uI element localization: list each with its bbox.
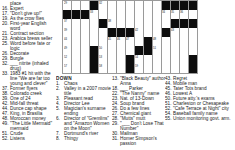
clue-text: "Black Beauty" author Anna — [120, 76, 165, 86]
cell-number: 51 — [153, 46, 156, 49]
clue-number: 29. — [112, 121, 119, 126]
grid-cell[interactable] — [162, 55, 170, 64]
cell-number: 35 — [171, 10, 174, 13]
grid-cell[interactable] — [171, 37, 179, 46]
clue-number: 8. — [56, 136, 63, 141]
cell-number: 34 — [162, 10, 165, 13]
grid-cell[interactable] — [180, 64, 188, 73]
cell-number: 43 — [171, 28, 174, 31]
black-square — [90, 1, 98, 10]
across-clue-list: 16.Expert17."Don't give up!"19.As the cr… — [2, 6, 56, 141]
grid-cell[interactable] — [144, 55, 152, 64]
clue-item: 8.Thingy — [56, 136, 111, 141]
down-clues-column-3: 43.Regret44.Mobile man45.Tater Tots bran… — [165, 76, 234, 150]
grid-cell[interactable] — [153, 55, 161, 64]
clue-text: Magician's surname ending — [64, 106, 106, 117]
grid-cell[interactable] — [180, 37, 188, 46]
grid-cell[interactable] — [90, 28, 98, 37]
across-clues-column: place 16.Expert17."Don't give up!"19.As … — [2, 1, 56, 150]
cell-number: 42 — [135, 28, 138, 31]
cell-number: 37 — [64, 19, 67, 22]
clue-number: 2. — [56, 86, 63, 91]
clue-text: "___ Don't Lose That Number" — [120, 121, 164, 132]
grid-cell[interactable] — [108, 10, 116, 19]
grid-cell[interactable]: 33 — [90, 10, 98, 19]
grid-cell[interactable]: 45 — [108, 37, 116, 46]
grid-cell[interactable] — [189, 28, 197, 37]
grid-cell[interactable] — [72, 46, 80, 55]
clue-number: 32. — [2, 61, 9, 66]
clue-text: Thingy — [64, 136, 78, 142]
grid-cell[interactable] — [81, 1, 89, 10]
grid-cell[interactable] — [90, 37, 98, 46]
clue-item: 29."___ Don't Lose That Number" — [112, 121, 167, 131]
clue-number: 55. — [165, 116, 172, 121]
grid-cell[interactable]: 44 — [63, 37, 71, 46]
clue-text: ___ nitrite (inhaled drug) — [10, 61, 49, 72]
grid-cell[interactable] — [72, 55, 80, 64]
black-square — [126, 28, 134, 37]
clue-number: 13. — [112, 76, 119, 81]
grid-cell[interactable] — [153, 1, 161, 10]
black-square — [171, 19, 179, 28]
black-square — [189, 55, 197, 64]
black-square — [162, 1, 170, 10]
black-square — [108, 28, 116, 37]
clue-item: 2.Valley in a 2007 movie title — [56, 86, 111, 96]
cell-number: 47 — [126, 37, 129, 40]
clue-item: 52.Listens — [2, 136, 56, 141]
grid-cell[interactable]: 38 — [108, 19, 116, 28]
grid-cell[interactable]: 46 — [117, 37, 125, 46]
grid-cell[interactable]: 43 — [171, 28, 179, 37]
grid-cell[interactable] — [162, 19, 170, 28]
grid-cell[interactable] — [72, 28, 80, 37]
grid-cell[interactable]: 39 — [63, 28, 71, 37]
down-clues-column-1: DOWN 1.Chaos2.Valley in a 2007 movie tit… — [56, 76, 111, 150]
cell-number: 52 — [64, 55, 67, 58]
black-square — [117, 28, 125, 37]
black-square — [189, 1, 197, 10]
clue-text: 1983 #1 hit with the line "We are far to… — [10, 71, 51, 87]
clue-number: 20. — [2, 21, 9, 26]
grid-cell[interactable] — [189, 46, 197, 55]
clue-text: "The Little Mermaid" mermaid — [10, 121, 52, 132]
black-square — [189, 64, 197, 73]
grid-cell[interactable] — [180, 46, 188, 55]
black-square — [81, 10, 89, 19]
clue-number: 5. — [56, 106, 63, 111]
grid-cell[interactable] — [180, 55, 188, 64]
clue-item: 6.Director of "Gremlins" and "Amazon Wom… — [56, 116, 111, 131]
grid-cell[interactable] — [108, 46, 116, 55]
clue-item: 55.Union monitoring govt. arm. — [165, 116, 234, 121]
grid-cell[interactable] — [90, 19, 98, 28]
grid-cell[interactable] — [99, 10, 107, 19]
grid-cell[interactable]: 32 — [99, 1, 107, 10]
clue-item: 20.First-year English word — [2, 21, 56, 31]
grid-cell[interactable] — [126, 10, 134, 19]
black-square — [180, 19, 188, 28]
cell-number: 50 — [99, 46, 102, 49]
clue-number: 33. — [2, 71, 9, 76]
grid-cell[interactable] — [108, 64, 116, 73]
clue-text: Union monitoring govt. arm. — [173, 116, 231, 122]
grid-cell[interactable] — [81, 64, 89, 73]
grid-cell[interactable] — [153, 10, 161, 19]
clue-item: 33.1983 #1 hit with the line "We are far… — [2, 71, 56, 86]
clue-text: Homer Simpson's passion — [120, 136, 157, 147]
grid-cell[interactable] — [135, 37, 143, 46]
grid-cell[interactable]: 29 — [63, 1, 71, 10]
grid-cell[interactable]: 51 — [153, 46, 161, 55]
clue-item: 13."Black Beauty" author Anna — [112, 76, 167, 86]
clue-text: Director of "Gremlins" and "Amazon Women… — [64, 116, 109, 132]
grid-cell[interactable] — [144, 1, 152, 10]
grid-cell[interactable] — [153, 64, 161, 73]
grid-cell[interactable] — [162, 37, 170, 46]
down-clues-column-2: 13."Black Beauty" author Anna18.___ Park… — [112, 76, 167, 150]
grid-cell[interactable] — [180, 28, 188, 37]
down-clue-list-2: 13."Black Beauty" author Anna18.___ Park… — [112, 76, 167, 146]
grid-cell[interactable]: 35 — [171, 10, 179, 19]
grid-cell[interactable]: 57 — [63, 64, 71, 73]
grid-cell[interactable] — [189, 10, 197, 19]
black-square — [90, 46, 98, 55]
grid-cell[interactable]: 54 — [135, 55, 143, 64]
grid-cell[interactable] — [117, 64, 125, 73]
grid-cell[interactable] — [72, 64, 80, 73]
crossword-grid[interactable]: 2932333435363738394243444546474849505152… — [62, 0, 198, 74]
grid-cell[interactable] — [117, 10, 125, 19]
grid-cell[interactable] — [189, 37, 197, 46]
grid-cell[interactable] — [153, 19, 161, 28]
grid-cell[interactable] — [72, 37, 80, 46]
black-square — [90, 64, 98, 73]
cell-number: 53 — [99, 55, 102, 58]
cell-number: 49 — [64, 46, 67, 49]
grid-cell[interactable] — [144, 10, 152, 19]
grid-cell[interactable] — [117, 55, 125, 64]
clue-number: 52. — [2, 136, 9, 141]
cell-number: 36 — [180, 10, 183, 13]
grid-cell[interactable]: 53 — [99, 55, 107, 64]
grid-cell[interactable]: 42 — [135, 28, 143, 37]
grid-cell[interactable] — [144, 19, 152, 28]
grid-cell[interactable]: 52 — [63, 55, 71, 64]
down-clue-list-3: 43.Regret44.Mobile man45.Tater Tots bran… — [165, 76, 234, 121]
clue-text: Word before fate or logic — [10, 41, 50, 52]
grid-cell[interactable] — [108, 55, 116, 64]
grid-cell[interactable] — [81, 37, 89, 46]
black-square — [90, 55, 98, 64]
grid-cell[interactable] — [126, 1, 134, 10]
grid-cell[interactable] — [144, 64, 152, 73]
clue-text: First-year English word — [10, 21, 46, 32]
grid-cell[interactable] — [171, 55, 179, 64]
cell-number: 48 — [153, 37, 156, 40]
black-square — [135, 46, 143, 55]
cell-number: 46 — [117, 37, 120, 40]
black-square — [189, 19, 197, 28]
grid-cell[interactable] — [135, 1, 143, 10]
grid-cell[interactable]: 36 — [180, 10, 188, 19]
grid-cell[interactable] — [108, 1, 116, 10]
black-square — [144, 37, 152, 46]
grid-cell[interactable] — [135, 19, 143, 28]
grid-cell[interactable]: 59 — [135, 64, 143, 73]
grid-cell[interactable]: 58 — [99, 64, 107, 73]
black-square — [63, 10, 71, 19]
grid-cell[interactable] — [171, 46, 179, 55]
cell-number: 57 — [64, 64, 67, 67]
down-clue-list-1: 1.Chaos2.Valley in a 2007 movie title3.P… — [56, 81, 111, 141]
grid-cell[interactable]: 47 — [126, 37, 134, 46]
grid-cell[interactable] — [81, 55, 89, 64]
cell-number: 44 — [64, 37, 67, 40]
clue-item: 5.Magician's surname ending — [56, 106, 111, 116]
grid-cell[interactable]: 48 — [153, 37, 161, 46]
clue-number: 31. — [112, 136, 119, 141]
black-square — [126, 64, 134, 73]
clue-item: 25.Word before fate or logic — [2, 41, 56, 51]
grid-cell[interactable] — [99, 37, 107, 46]
clue-text: Valley in a 2007 movie title — [64, 86, 111, 97]
grid-cell[interactable] — [81, 19, 89, 28]
grid-cell[interactable] — [135, 10, 143, 19]
grid-cell[interactable] — [162, 46, 170, 55]
clue-number: 6. — [56, 116, 63, 121]
black-square — [99, 19, 107, 28]
black-square — [126, 55, 134, 64]
cell-number: 29 — [64, 1, 67, 4]
cell-number: 38 — [108, 19, 111, 22]
clue-number: 49. — [2, 121, 9, 126]
cell-number: 45 — [108, 37, 111, 40]
black-square — [180, 1, 188, 10]
clue-text: Listens — [10, 136, 25, 142]
black-square — [144, 46, 152, 55]
grid-cell[interactable]: 50 — [99, 46, 107, 55]
clue-item: 32.___ nitrite (inhaled drug) — [2, 61, 56, 71]
cell-number: 58 — [99, 64, 102, 67]
clue-item: 49."The Little Mermaid" mermaid — [2, 121, 56, 131]
grid-cell[interactable] — [72, 1, 80, 10]
cell-number: 39 — [64, 28, 67, 31]
grid-cell[interactable] — [171, 64, 179, 73]
cell-number: 33 — [90, 10, 93, 13]
grid-cell[interactable]: 49 — [63, 46, 71, 55]
grid-cell[interactable]: 37 — [63, 19, 71, 28]
clue-number: 25. — [2, 41, 9, 46]
black-square — [72, 10, 80, 19]
black-square — [171, 1, 179, 10]
grid-cell[interactable] — [117, 19, 125, 28]
grid-cell[interactable] — [99, 28, 107, 37]
grid-cell[interactable]: 34 — [162, 10, 170, 19]
black-square — [162, 28, 170, 37]
cell-number: 59 — [135, 64, 138, 67]
cell-number: 32 — [99, 1, 102, 4]
clue-item: 31.Homer Simpson's passion — [112, 136, 167, 146]
grid-cell[interactable] — [117, 46, 125, 55]
cell-number: 54 — [135, 55, 138, 58]
grid-cell[interactable] — [144, 28, 152, 37]
grid-cell[interactable] — [126, 19, 134, 28]
grid-cell[interactable] — [81, 46, 89, 55]
grid-cell[interactable] — [81, 28, 89, 37]
grid-cell[interactable] — [126, 46, 134, 55]
grid-cell[interactable] — [162, 64, 170, 73]
grid-cell[interactable] — [117, 1, 125, 10]
grid-cell[interactable] — [153, 28, 161, 37]
grid-cell[interactable] — [72, 19, 80, 28]
